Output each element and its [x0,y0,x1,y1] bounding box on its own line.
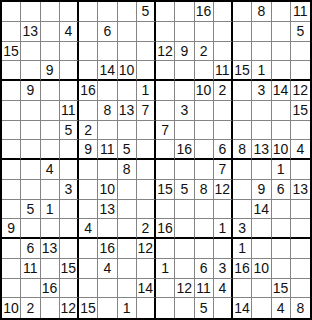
cell-r2c10-empty[interactable] [175,22,194,42]
cell-r15c8-given: 14 [137,279,156,299]
cell-r8c5-given: 9 [79,140,98,160]
cell-r1c5-empty[interactable] [79,2,98,22]
cell-r5c3-empty[interactable] [41,81,60,101]
cell-r15c13-empty[interactable] [233,279,252,299]
cell-r16c13-given: 14 [233,298,252,318]
cell-r5c4-empty[interactable] [60,81,79,101]
cell-r15c2-empty[interactable] [21,279,40,299]
cell-r4c14-given: 1 [252,61,271,81]
cell-r4c10-empty[interactable] [175,61,194,81]
cell-r3c8-empty[interactable] [137,42,156,62]
cell-r4c16-empty[interactable] [291,61,310,81]
cell-r11c14-given: 14 [252,200,271,220]
cell-r6c15-empty[interactable] [272,101,291,121]
cell-r7c7-empty[interactable] [118,121,137,141]
cell-r8c4-empty[interactable] [60,140,79,160]
cell-r2c8-empty[interactable] [137,22,156,42]
cell-r5c10-empty[interactable] [175,81,194,101]
cell-r7c1-empty[interactable] [2,121,21,141]
cell-r11c15-empty[interactable] [272,200,291,220]
cell-r16c10-empty[interactable] [175,298,194,318]
cell-r12c1-given: 9 [2,219,21,239]
cell-r9c12-given: 7 [214,160,233,180]
cell-r3c5-empty[interactable] [79,42,98,62]
cell-r6c11-empty[interactable] [195,101,214,121]
cell-r5c14-given: 3 [252,81,271,101]
cell-r13c12-empty[interactable] [214,239,233,259]
cell-r3c16-empty[interactable] [291,42,310,62]
cell-r6c9-empty[interactable] [156,101,175,121]
cell-r16c6-empty[interactable] [98,298,117,318]
cell-r7c6-empty[interactable] [98,121,117,141]
cell-r11c8-empty[interactable] [137,200,156,220]
cell-r4c15-empty[interactable] [272,61,291,81]
cell-r3c6-empty[interactable] [98,42,117,62]
cell-r14c12-given: 3 [214,259,233,279]
cell-r12c4-empty[interactable] [60,219,79,239]
cell-r11c3-given: 1 [41,200,60,220]
cell-r7c14-empty[interactable] [252,121,271,141]
cell-r7c15-empty[interactable] [272,121,291,141]
cell-r9c10-empty[interactable] [175,160,194,180]
cell-r15c9-empty[interactable] [156,279,175,299]
cell-r13c11-empty[interactable] [195,239,214,259]
cell-r16c5-given: 15 [79,298,98,318]
cell-r15c11-given: 11 [195,279,214,299]
cell-r12c16-empty[interactable] [291,219,310,239]
cell-r8c3-empty[interactable] [41,140,60,160]
cell-r6c16-given: 15 [291,101,310,121]
cell-r15c15-given: 15 [272,279,291,299]
cell-r15c1-empty[interactable] [2,279,21,299]
cell-r9c1-empty[interactable] [2,160,21,180]
cell-r3c9-given: 12 [156,42,175,62]
cell-r14c14-given: 10 [252,259,271,279]
cell-r7c16-empty[interactable] [291,121,310,141]
cell-r1c15-empty[interactable] [272,2,291,22]
cell-r16c15-given: 4 [272,298,291,318]
cell-r11c10-empty[interactable] [175,200,194,220]
cell-r8c11-empty[interactable] [195,140,214,160]
cell-r12c14-empty[interactable] [252,219,271,239]
cell-r1c9-empty[interactable] [156,2,175,22]
cell-r11c2-given: 5 [21,200,40,220]
cell-r6c3-empty[interactable] [41,101,60,121]
cell-r14c10-empty[interactable] [175,259,194,279]
cell-r3c10-given: 9 [175,42,194,62]
cell-r10c9-given: 15 [156,180,175,200]
cell-r15c12-given: 4 [214,279,233,299]
cell-r2c9-empty[interactable] [156,22,175,42]
sudoku-board: 5168111346515129291410111519161102314121… [0,0,312,320]
cell-r11c13-empty[interactable] [233,200,252,220]
cell-r9c7-given: 8 [118,160,137,180]
cell-r1c13-empty[interactable] [233,2,252,22]
cell-r6c5-empty[interactable] [79,101,98,121]
cell-r16c11-given: 5 [195,298,214,318]
cell-r7c8-empty[interactable] [137,121,156,141]
cell-r7c3-empty[interactable] [41,121,60,141]
cell-r9c4-empty[interactable] [60,160,79,180]
cell-r4c2-empty[interactable] [21,61,40,81]
cell-r13c4-empty[interactable] [60,239,79,259]
cell-r11c4-empty[interactable] [60,200,79,220]
cell-r13c6-given: 16 [98,239,117,259]
cell-r8c13-given: 8 [233,140,252,160]
cell-r8c14-given: 13 [252,140,271,160]
cell-r15c4-empty[interactable] [60,279,79,299]
cell-r5c16-given: 12 [291,81,310,101]
cell-r6c4-given: 11 [60,101,79,121]
cell-r7c10-empty[interactable] [175,121,194,141]
cell-r12c8-given: 2 [137,219,156,239]
cell-r2c4-given: 4 [60,22,79,42]
cell-r8c15-given: 10 [272,140,291,160]
cell-r14c8-empty[interactable] [137,259,156,279]
cell-r14c7-empty[interactable] [118,259,137,279]
cell-r11c12-empty[interactable] [214,200,233,220]
cell-r7c12-empty[interactable] [214,121,233,141]
cell-r14c3-empty[interactable] [41,259,60,279]
cell-r10c5-empty[interactable] [79,180,98,200]
cell-r5c6-empty[interactable] [98,81,117,101]
cell-r14c5-empty[interactable] [79,259,98,279]
cell-r1c16-given: 11 [291,2,310,22]
cell-r6c2-empty[interactable] [21,101,40,121]
cell-r4c12-given: 11 [214,61,233,81]
cell-r5c1-empty[interactable] [2,81,21,101]
cell-r11c11-empty[interactable] [195,200,214,220]
cell-r13c13-given: 1 [233,239,252,259]
cell-r4c5-empty[interactable] [79,61,98,81]
cell-r16c14-empty[interactable] [252,298,271,318]
cell-r14c9-given: 1 [156,259,175,279]
cell-r10c6-given: 10 [98,180,117,200]
cell-r13c8-given: 12 [137,239,156,259]
cell-r8c6-given: 11 [98,140,117,160]
cell-r12c11-empty[interactable] [195,219,214,239]
cell-r6c6-given: 8 [98,101,117,121]
cell-r3c11-given: 2 [195,42,214,62]
cell-r14c4-given: 15 [60,259,79,279]
cell-r2c5-empty[interactable] [79,22,98,42]
cell-r5c9-empty[interactable] [156,81,175,101]
cell-r3c14-empty[interactable] [252,42,271,62]
cell-r1c12-empty[interactable] [214,2,233,22]
cell-r5c7-empty[interactable] [118,81,137,101]
cell-r13c9-empty[interactable] [156,239,175,259]
cell-r6c8-given: 7 [137,101,156,121]
cell-r13c7-empty[interactable] [118,239,137,259]
cell-r15c7-empty[interactable] [118,279,137,299]
cell-r7c13-empty[interactable] [233,121,252,141]
cell-r13c14-empty[interactable] [252,239,271,259]
cell-r3c7-empty[interactable] [118,42,137,62]
cell-r4c8-empty[interactable] [137,61,156,81]
cell-r8c10-given: 16 [175,140,194,160]
cell-r2c3-empty[interactable] [41,22,60,42]
cell-r4c9-empty[interactable] [156,61,175,81]
cell-r6c1-empty[interactable] [2,101,21,121]
cell-r3c12-empty[interactable] [214,42,233,62]
cell-r16c7-given: 1 [118,298,137,318]
cell-r13c3-given: 13 [41,239,60,259]
cell-r13c10-empty[interactable] [175,239,194,259]
cell-r3c15-empty[interactable] [272,42,291,62]
cell-r14c11-given: 6 [195,259,214,279]
cell-r13c5-empty[interactable] [79,239,98,259]
cell-r10c4-given: 3 [60,180,79,200]
cell-r2c14-empty[interactable] [252,22,271,42]
cell-r10c14-given: 9 [252,180,271,200]
cell-r10c8-empty[interactable] [137,180,156,200]
cell-r12c12-given: 1 [214,219,233,239]
cell-r16c4-given: 12 [60,298,79,318]
cell-r9c6-empty[interactable] [98,160,117,180]
cell-r2c2-given: 13 [21,22,40,42]
cell-r12c9-given: 16 [156,219,175,239]
cell-r15c3-given: 16 [41,279,60,299]
cell-r4c7-given: 10 [118,61,137,81]
cell-r9c15-given: 1 [272,160,291,180]
cell-r8c2-empty[interactable] [21,140,40,160]
cell-r4c1-empty[interactable] [2,61,21,81]
cell-r2c11-empty[interactable] [195,22,214,42]
cell-r15c10-given: 12 [175,279,194,299]
cell-r12c13-given: 3 [233,219,252,239]
cell-r15c14-empty[interactable] [252,279,271,299]
cell-r11c5-empty[interactable] [79,200,98,220]
cell-r7c9-given: 7 [156,121,175,141]
cell-r8c12-given: 6 [214,140,233,160]
cell-r14c13-given: 16 [233,259,252,279]
cell-r3c2-empty[interactable] [21,42,40,62]
cell-r9c9-empty[interactable] [156,160,175,180]
cell-r11c7-empty[interactable] [118,200,137,220]
cell-r11c1-empty[interactable] [2,200,21,220]
cell-r14c16-empty[interactable] [291,259,310,279]
cell-r1c3-empty[interactable] [41,2,60,22]
cell-r12c10-empty[interactable] [175,219,194,239]
cell-r5c2-given: 9 [21,81,40,101]
cell-r1c11-given: 16 [195,2,214,22]
cell-r13c2-given: 6 [21,239,40,259]
cell-r10c10-given: 5 [175,180,194,200]
cell-r9c2-empty[interactable] [21,160,40,180]
cell-r4c11-empty[interactable] [195,61,214,81]
cell-r13c15-empty[interactable] [272,239,291,259]
cell-r4c13-given: 15 [233,61,252,81]
cell-r10c7-empty[interactable] [118,180,137,200]
cell-r5c15-given: 14 [272,81,291,101]
cell-r2c12-empty[interactable] [214,22,233,42]
cell-r1c10-empty[interactable] [175,2,194,22]
cell-r15c5-empty[interactable] [79,279,98,299]
cell-r11c16-empty[interactable] [291,200,310,220]
cell-r16c12-empty[interactable] [214,298,233,318]
cell-r9c5-empty[interactable] [79,160,98,180]
cell-r14c2-given: 11 [21,259,40,279]
cell-r4c4-empty[interactable] [60,61,79,81]
cell-r1c4-empty[interactable] [60,2,79,22]
cell-r10c2-empty[interactable] [21,180,40,200]
cell-r16c16-given: 8 [291,298,310,318]
cell-r6c7-given: 13 [118,101,137,121]
cell-r9c13-empty[interactable] [233,160,252,180]
cell-r1c6-empty[interactable] [98,2,117,22]
cell-r9c16-empty[interactable] [291,160,310,180]
cell-r10c11-given: 8 [195,180,214,200]
cell-r8c9-empty[interactable] [156,140,175,160]
cell-r9c14-empty[interactable] [252,160,271,180]
cell-r5c5-given: 16 [79,81,98,101]
cell-r3c1-given: 15 [2,42,21,62]
cell-r4c6-given: 14 [98,61,117,81]
cell-r16c9-empty[interactable] [156,298,175,318]
cell-r12c6-empty[interactable] [98,219,117,239]
cell-r11c6-given: 13 [98,200,117,220]
cell-r8c16-given: 4 [291,140,310,160]
cell-r12c5-given: 4 [79,219,98,239]
cell-r10c13-empty[interactable] [233,180,252,200]
cell-r2c6-given: 6 [98,22,117,42]
cell-r14c1-empty[interactable] [2,259,21,279]
cell-r1c2-empty[interactable] [21,2,40,22]
cell-r14c15-empty[interactable] [272,259,291,279]
cell-r5c13-empty[interactable] [233,81,252,101]
cell-r3c4-empty[interactable] [60,42,79,62]
cell-r7c4-given: 5 [60,121,79,141]
cell-r3c3-empty[interactable] [41,42,60,62]
cell-r16c8-empty[interactable] [137,298,156,318]
cell-r10c15-given: 6 [272,180,291,200]
cell-r15c6-empty[interactable] [98,279,117,299]
cell-r1c8-given: 5 [137,2,156,22]
cell-r9c8-empty[interactable] [137,160,156,180]
cell-r2c13-empty[interactable] [233,22,252,42]
cell-r7c11-empty[interactable] [195,121,214,141]
cell-r1c7-empty[interactable] [118,2,137,22]
cell-r6c13-empty[interactable] [233,101,252,121]
cell-r15c16-empty[interactable] [291,279,310,299]
cell-r5c8-given: 1 [137,81,156,101]
cell-r6c14-empty[interactable] [252,101,271,121]
cell-r12c2-empty[interactable] [21,219,40,239]
cell-r12c7-empty[interactable] [118,219,137,239]
cell-r6c12-empty[interactable] [214,101,233,121]
cell-r7c5-given: 2 [79,121,98,141]
cell-r8c8-empty[interactable] [137,140,156,160]
cell-r1c14-given: 8 [252,2,271,22]
cell-r4c3-given: 9 [41,61,60,81]
cell-r2c7-empty[interactable] [118,22,137,42]
cell-r16c3-empty[interactable] [41,298,60,318]
cell-r14c6-given: 4 [98,259,117,279]
cell-r2c15-empty[interactable] [272,22,291,42]
cell-r10c12-given: 12 [214,180,233,200]
cell-r10c3-empty[interactable] [41,180,60,200]
cell-r1c1-empty[interactable] [2,2,21,22]
cell-r12c15-empty[interactable] [272,219,291,239]
cell-r9c11-empty[interactable] [195,160,214,180]
cell-r11c9-empty[interactable] [156,200,175,220]
cell-r6c10-given: 3 [175,101,194,121]
cell-r13c16-empty[interactable] [291,239,310,259]
cell-r3c13-empty[interactable] [233,42,252,62]
cell-r5c12-given: 2 [214,81,233,101]
cell-r10c1-empty[interactable] [2,180,21,200]
cell-r5c11-given: 10 [195,81,214,101]
cell-r9c3-given: 4 [41,160,60,180]
cell-r8c7-given: 5 [118,140,137,160]
cell-r12c3-empty[interactable] [41,219,60,239]
cell-r8c1-empty[interactable] [2,140,21,160]
cell-r2c16-given: 5 [291,22,310,42]
cell-r13c1-empty[interactable] [2,239,21,259]
cell-r16c2-given: 2 [21,298,40,318]
cell-r7c2-empty[interactable] [21,121,40,141]
cell-r16c1-given: 10 [2,298,21,318]
cell-r10c16-given: 13 [291,180,310,200]
cell-r2c1-empty[interactable] [2,22,21,42]
